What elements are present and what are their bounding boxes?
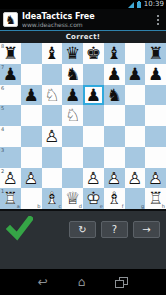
square-e3[interactable] <box>83 147 104 168</box>
signal-icon <box>128 2 134 8</box>
piece-white-pawn: ♟♙ <box>21 168 42 189</box>
square-d4[interactable] <box>62 126 83 147</box>
square-c6[interactable]: ♞♘ <box>42 85 63 106</box>
square-e6[interactable]: ♟ <box>83 85 104 106</box>
piece-white-knight: ♞♘ <box>42 85 63 106</box>
app-subtitle: www.ideachess.com <box>22 21 149 28</box>
feedback-message: Correct! <box>0 31 166 43</box>
android-nav-bar: ↩ ⌂ <box>0 269 166 295</box>
piece-white-pawn: ♟♙ <box>104 168 125 189</box>
square-f6[interactable]: ♞ <box>104 85 125 106</box>
control-panel: ↻ ? → <box>0 209 166 269</box>
square-d2[interactable] <box>62 168 83 189</box>
square-g5[interactable] <box>125 105 146 126</box>
square-h5[interactable] <box>145 105 166 126</box>
recents-icon[interactable] <box>115 277 128 288</box>
square-h6[interactable] <box>145 85 166 106</box>
piece-black-pawn: ♟ <box>21 85 42 106</box>
square-g6[interactable] <box>125 85 146 106</box>
square-c4[interactable]: ♟♙ <box>42 126 63 147</box>
square-f2[interactable]: ♟♙ <box>104 168 125 189</box>
square-c3[interactable] <box>42 147 63 168</box>
home-icon[interactable]: ⌂ <box>78 276 86 288</box>
square-g4[interactable] <box>125 126 146 147</box>
piece-black-pawn: ♟ <box>62 85 83 106</box>
square-a1[interactable]: 1a♜♖ <box>0 188 21 209</box>
app-titles: IdeaTactics Free www.ideachess.com <box>22 12 149 28</box>
piece-black-bishop: ♝ <box>42 43 63 64</box>
piece-black-knight: ♞ <box>104 85 125 106</box>
square-g7[interactable]: ♟ <box>125 64 146 85</box>
square-h3[interactable] <box>145 147 166 168</box>
square-c2[interactable] <box>42 168 63 189</box>
piece-black-rook: ♜ <box>145 43 166 64</box>
piece-white-pawn: ♟♙ <box>145 168 166 189</box>
status-bar: 10:39 <box>0 0 166 9</box>
piece-white-knight: ♞♘ <box>62 105 83 126</box>
square-d6[interactable]: ♟ <box>62 85 83 106</box>
square-e1[interactable]: e♚♔ <box>83 188 104 209</box>
square-h1[interactable]: h♜♖ <box>145 188 166 209</box>
piece-black-knight: ♞ <box>62 64 83 85</box>
square-b8[interactable] <box>21 43 42 64</box>
back-icon[interactable]: ↩ <box>38 276 48 288</box>
square-a5[interactable]: 5 <box>0 105 21 126</box>
file-label-e: e <box>100 203 103 209</box>
rank-label-5: 5 <box>1 105 4 111</box>
piece-black-bishop: ♝ <box>104 43 125 64</box>
file-label-d: d <box>79 203 82 209</box>
square-f1[interactable]: f♝♗ <box>104 188 125 209</box>
overflow-menu-icon[interactable] <box>153 12 163 28</box>
square-e2[interactable]: ♟♙ <box>83 168 104 189</box>
square-b7[interactable] <box>21 64 42 85</box>
square-e8[interactable]: ♚ <box>83 43 104 64</box>
puzzle-buttons: ↻ ? → <box>69 221 160 238</box>
square-g3[interactable] <box>125 147 146 168</box>
retry-button refresh-icon[interactable]: ↻ <box>69 221 96 238</box>
rank-label-7: 7 <box>1 64 4 70</box>
piece-white-pawn: ♟♙ <box>125 168 146 189</box>
square-a4[interactable]: 4 <box>0 126 21 147</box>
rank-label-4: 4 <box>1 126 4 132</box>
square-b1[interactable]: b <box>21 188 42 209</box>
file-label-a: a <box>17 203 20 209</box>
square-c1[interactable]: c♝♗ <box>42 188 63 209</box>
square-b2[interactable]: ♟♙ <box>21 168 42 189</box>
square-a3[interactable]: 3 <box>0 147 21 168</box>
hint-button question-icon[interactable]: ? <box>101 221 128 238</box>
status-time: 10:39 <box>144 0 164 9</box>
square-b3[interactable] <box>21 147 42 168</box>
square-g1[interactable]: g <box>125 188 146 209</box>
app-knight-icon: ♞ <box>3 12 18 27</box>
square-h2[interactable]: ♟♙ <box>145 168 166 189</box>
square-b6[interactable]: ♟ <box>21 85 42 106</box>
square-f8[interactable]: ♝ <box>104 43 125 64</box>
square-e7[interactable] <box>83 64 104 85</box>
square-a8[interactable]: 8♜ <box>0 43 21 64</box>
square-g8[interactable] <box>125 43 146 64</box>
square-f3[interactable] <box>104 147 125 168</box>
file-label-h: h <box>162 203 165 209</box>
piece-black-pawn: ♟ <box>145 64 166 85</box>
square-h4[interactable] <box>145 126 166 147</box>
file-label-c: c <box>59 203 62 209</box>
square-d3[interactable] <box>62 147 83 168</box>
rank-label-2: 2 <box>1 168 4 174</box>
file-label-b: b <box>37 203 40 209</box>
square-b4[interactable] <box>21 126 42 147</box>
rank-label-1: 1 <box>1 188 4 194</box>
rank-label-3: 3 <box>1 147 4 153</box>
file-label-f: f <box>122 203 124 209</box>
square-c7[interactable] <box>42 64 63 85</box>
square-h7[interactable]: ♟ <box>145 64 166 85</box>
square-a6[interactable]: 6 <box>0 85 21 106</box>
square-f7[interactable]: ♟ <box>104 64 125 85</box>
square-f5[interactable] <box>104 105 125 126</box>
app-bar: ♞ IdeaTactics Free www.ideachess.com <box>0 9 166 31</box>
square-d8[interactable]: ♛ <box>62 43 83 64</box>
square-a2[interactable]: 2♟♙ <box>0 168 21 189</box>
chess-board: 8♜♝♛♚♝♜7♟♞♟♟♟6♟♞♘♟♟♞5♞♘4♟♙32♟♙♟♙♟♙♟♙♟♙♟♙… <box>0 43 166 209</box>
app-title: IdeaTactics Free <box>22 12 149 21</box>
square-b5[interactable] <box>21 105 42 126</box>
square-f4[interactable] <box>104 126 125 147</box>
piece-black-king: ♚ <box>83 43 104 64</box>
square-e5[interactable] <box>83 105 104 126</box>
square-c8[interactable]: ♝ <box>42 43 63 64</box>
square-d5[interactable]: ♞♘ <box>62 105 83 126</box>
rank-label-6: 6 <box>1 85 4 91</box>
battery-icon <box>137 2 141 8</box>
rank-label-8: 8 <box>1 43 4 49</box>
square-d7[interactable]: ♞ <box>62 64 83 85</box>
square-h8[interactable]: ♜ <box>145 43 166 64</box>
square-e4[interactable] <box>83 126 104 147</box>
piece-black-queen: ♛ <box>62 43 83 64</box>
piece-black-pawn: ♟ <box>104 64 125 85</box>
square-g2[interactable]: ♟♙ <box>125 168 146 189</box>
piece-black-pawn: ♟ <box>83 85 104 106</box>
phone-screen: 10:39 ♞ IdeaTactics Free www.ideachess.c… <box>0 0 166 295</box>
file-label-g: g <box>141 203 144 209</box>
piece-black-pawn: ♟ <box>125 64 146 85</box>
next-puzzle-button next-arrow-icon[interactable]: → <box>133 221 160 238</box>
square-a7[interactable]: 7♟ <box>0 64 21 85</box>
piece-white-pawn: ♟♙ <box>42 126 63 147</box>
correct-checkmark-icon <box>6 216 33 241</box>
square-c5[interactable] <box>42 105 63 126</box>
piece-white-pawn: ♟♙ <box>83 168 104 189</box>
square-d1[interactable]: d♛♕ <box>62 188 83 209</box>
